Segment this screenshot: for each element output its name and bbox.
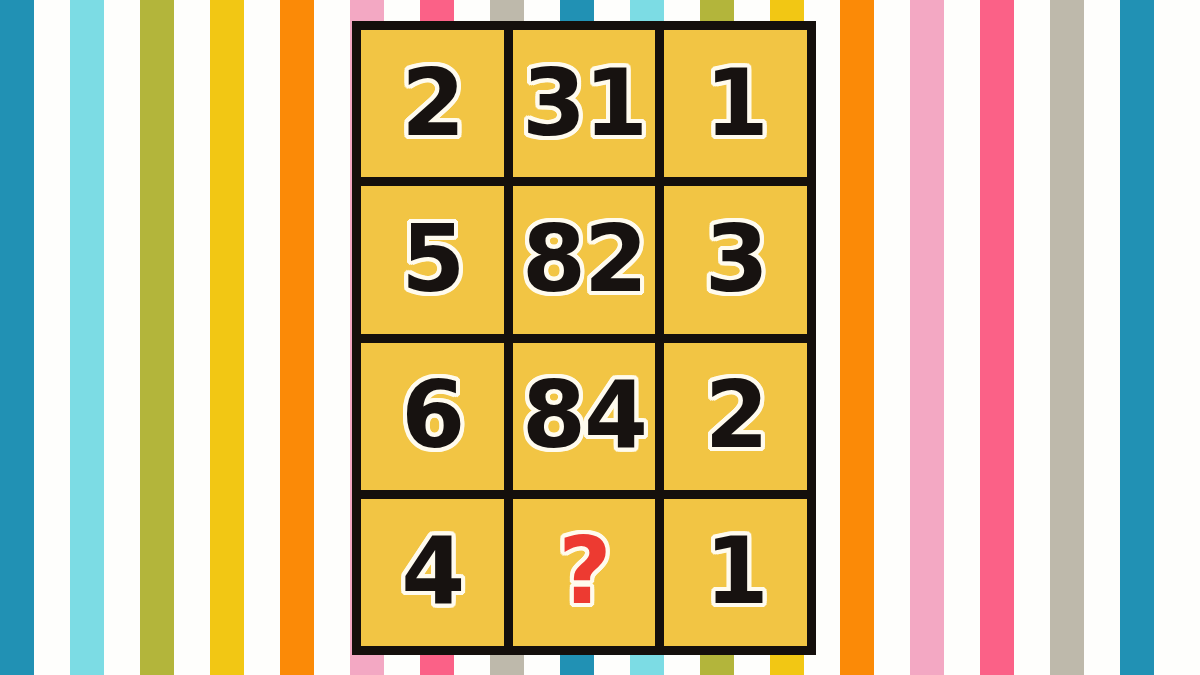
cell-r3c1: 6 bbox=[361, 343, 504, 490]
cell-number: 1 bbox=[705, 526, 767, 618]
cell-number: 6 bbox=[401, 370, 463, 462]
puzzle-board: 2311582368424?1 bbox=[352, 21, 816, 655]
stripe-orange bbox=[280, 0, 314, 675]
cell-number: 5 bbox=[401, 214, 463, 306]
cell-r3c2: 84 bbox=[513, 343, 656, 490]
cell-r1c1: 2 bbox=[361, 30, 504, 177]
stripe-cyan bbox=[70, 0, 104, 675]
stripe-gray bbox=[1050, 0, 1084, 675]
cell-number: 2 bbox=[401, 58, 463, 150]
cell-r4c2: ? bbox=[513, 499, 656, 646]
stripe-light-pink bbox=[910, 0, 944, 675]
cell-r2c1: 5 bbox=[361, 186, 504, 333]
cell-number: 1 bbox=[705, 58, 767, 150]
stripe-orange bbox=[840, 0, 874, 675]
cell-r1c3: 1 bbox=[664, 30, 807, 177]
cell-number: 2 bbox=[705, 370, 767, 462]
cell-number: 4 bbox=[401, 526, 463, 618]
stripe-teal bbox=[0, 0, 34, 675]
cell-number: 31 bbox=[522, 58, 646, 150]
stripe-hot-pink bbox=[980, 0, 1014, 675]
cell-r1c2: 31 bbox=[513, 30, 656, 177]
stripe-teal bbox=[1120, 0, 1154, 675]
cell-r4c1: 4 bbox=[361, 499, 504, 646]
cell-number: 82 bbox=[522, 214, 646, 306]
cell-number: 84 bbox=[522, 370, 646, 462]
stripe-olive bbox=[140, 0, 174, 675]
cell-r2c3: 3 bbox=[664, 186, 807, 333]
cell-r2c2: 82 bbox=[513, 186, 656, 333]
stripe-yellow bbox=[210, 0, 244, 675]
cell-number: 3 bbox=[705, 214, 767, 306]
cell-r4c3: 1 bbox=[664, 499, 807, 646]
cell-r3c3: 2 bbox=[664, 343, 807, 490]
missing-value-mark: ? bbox=[558, 526, 609, 618]
